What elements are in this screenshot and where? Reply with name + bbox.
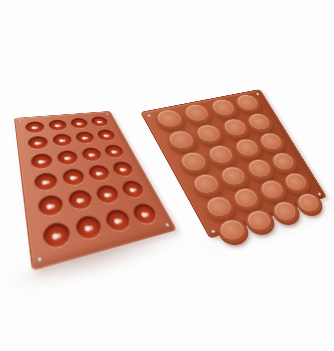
mold-cavity <box>27 136 49 151</box>
mold-cavity <box>48 119 68 131</box>
mold-cavity <box>130 202 159 226</box>
mold-cavity <box>52 133 74 147</box>
mold-cavity <box>56 150 79 166</box>
mold-cavity <box>111 161 136 178</box>
mold-cavity <box>42 220 72 249</box>
mold-cavity <box>25 121 45 133</box>
mold-cavity <box>67 189 94 212</box>
mold-cavity <box>90 116 110 127</box>
mold-cavity <box>103 144 126 159</box>
product-photo-scene <box>0 0 334 351</box>
mold-cavity <box>87 164 112 182</box>
mold-cavity <box>74 214 104 241</box>
mold-cavity <box>103 207 133 232</box>
mold-cavity <box>33 172 58 192</box>
hang-hole <box>105 113 109 115</box>
mold-cavity <box>61 168 86 187</box>
mold-cavity <box>69 118 89 129</box>
mold-cavity <box>94 184 121 205</box>
mold-cavity <box>74 131 95 144</box>
mold-cavity <box>80 147 103 162</box>
mold-cavity <box>96 129 117 142</box>
mold-cavity <box>37 194 65 218</box>
mold-cavity <box>30 153 54 170</box>
mold-cavity <box>120 180 147 200</box>
